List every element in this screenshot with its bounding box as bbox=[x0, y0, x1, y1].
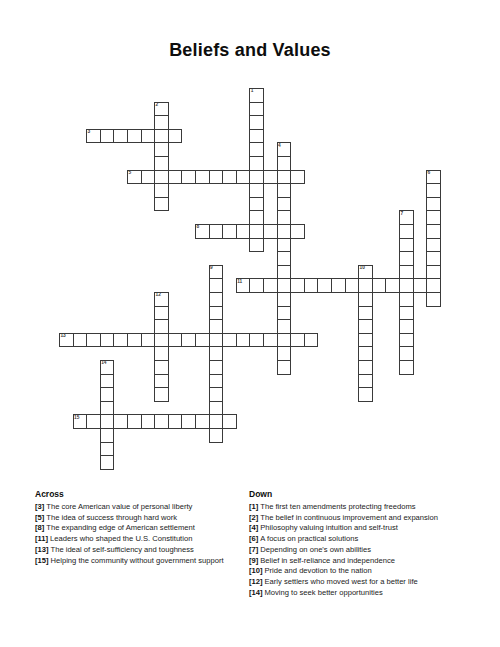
clue-text: The expanding edge of American settlemen… bbox=[46, 523, 195, 532]
grid-cell[interactable] bbox=[154, 183, 169, 198]
grid-cell[interactable] bbox=[209, 265, 224, 280]
grid-cell[interactable] bbox=[113, 333, 128, 348]
grid-cell[interactable] bbox=[426, 265, 441, 280]
grid-cell[interactable] bbox=[209, 278, 224, 293]
grid-cell[interactable] bbox=[249, 278, 264, 293]
grid-cell[interactable] bbox=[236, 224, 251, 239]
grid-cell[interactable] bbox=[154, 414, 169, 429]
grid-cell[interactable] bbox=[249, 129, 264, 144]
clue-label: [12] bbox=[249, 577, 263, 586]
across-clue-5: [5]The idea of success through hard work bbox=[35, 513, 224, 524]
grid-cell[interactable] bbox=[209, 170, 224, 185]
grid-cell[interactable] bbox=[249, 210, 264, 225]
grid-cell[interactable] bbox=[358, 292, 373, 307]
grid-cell[interactable] bbox=[209, 428, 224, 443]
grid-cell[interactable] bbox=[399, 224, 414, 239]
clue-label: [11] bbox=[35, 534, 48, 543]
grid-cell[interactable] bbox=[358, 265, 373, 280]
grid-cell[interactable] bbox=[154, 129, 169, 144]
clue-label: [3] bbox=[35, 502, 44, 511]
grid-cell[interactable] bbox=[154, 115, 169, 130]
grid-cell[interactable] bbox=[426, 183, 441, 198]
grid-cell[interactable] bbox=[209, 360, 224, 375]
grid-cell[interactable] bbox=[195, 170, 210, 185]
grid-cell[interactable] bbox=[100, 129, 115, 144]
grid-cell[interactable] bbox=[141, 170, 156, 185]
grid-cell[interactable] bbox=[236, 278, 251, 293]
grid-cell[interactable] bbox=[154, 292, 169, 307]
grid-cell[interactable] bbox=[168, 414, 183, 429]
across-clue-11: [11]Leaders who shaped the U.S. Constitu… bbox=[35, 534, 224, 545]
grid-cell[interactable] bbox=[372, 278, 387, 293]
down-header: Down bbox=[249, 489, 438, 500]
grid-cell[interactable] bbox=[222, 170, 237, 185]
grid-cell[interactable] bbox=[154, 374, 169, 389]
clue-label: [6] bbox=[249, 534, 258, 543]
clue-text: A focus on practical solutions bbox=[260, 534, 358, 543]
grid-cell[interactable] bbox=[113, 129, 128, 144]
grid-cell[interactable] bbox=[127, 129, 142, 144]
grid-cell[interactable] bbox=[209, 224, 224, 239]
grid-cell[interactable] bbox=[277, 319, 292, 334]
grid-cell[interactable] bbox=[249, 115, 264, 130]
clue-text: The ideal of self-sufficiency and toughn… bbox=[51, 545, 194, 554]
grid-cell[interactable] bbox=[399, 306, 414, 321]
grid-cell[interactable] bbox=[154, 142, 169, 157]
grid-cell[interactable] bbox=[399, 360, 414, 375]
grid-cell[interactable] bbox=[426, 197, 441, 212]
across-clue-13: [13]The ideal of self-sufficiency and to… bbox=[35, 545, 224, 556]
clue-text: Depending on one's own abilities bbox=[260, 545, 371, 554]
grid-cell[interactable] bbox=[100, 442, 115, 457]
down-clue-14: [14]Moving to seek better opportunities bbox=[249, 588, 438, 599]
grid-cell[interactable] bbox=[73, 414, 88, 429]
grid-cell[interactable] bbox=[59, 333, 74, 348]
grid-cell[interactable] bbox=[249, 102, 264, 117]
crossword-page: Beliefs and Values 123456789101112131415… bbox=[0, 0, 500, 647]
grid-cell[interactable] bbox=[73, 333, 88, 348]
grid-cell[interactable] bbox=[100, 360, 115, 375]
grid-cell[interactable] bbox=[100, 414, 115, 429]
clue-label: [2] bbox=[249, 513, 258, 522]
grid-cell[interactable] bbox=[249, 224, 264, 239]
grid-cell[interactable] bbox=[290, 224, 305, 239]
grid-cell[interactable] bbox=[100, 333, 115, 348]
grid-cell[interactable] bbox=[195, 414, 210, 429]
grid-cell[interactable] bbox=[277, 278, 292, 293]
down-clue-10: [10]Pride and devotion to the nation bbox=[249, 566, 438, 577]
grid-cell[interactable] bbox=[86, 414, 101, 429]
grid-cell[interactable] bbox=[181, 414, 196, 429]
grid-cell[interactable] bbox=[209, 414, 224, 429]
grid-cell[interactable] bbox=[168, 333, 183, 348]
grid-cell[interactable] bbox=[249, 88, 264, 103]
grid-cell[interactable] bbox=[209, 306, 224, 321]
clue-text: The core American value of personal libe… bbox=[46, 502, 192, 511]
grid-cell[interactable] bbox=[399, 346, 414, 361]
grid-cell[interactable] bbox=[358, 387, 373, 402]
grid-cell[interactable] bbox=[263, 333, 278, 348]
clue-text: Moving to seek better opportunities bbox=[265, 588, 383, 597]
grid-cell[interactable] bbox=[100, 374, 115, 389]
grid-cell[interactable] bbox=[249, 183, 264, 198]
grid-cell[interactable] bbox=[304, 333, 319, 348]
across-clue-3: [3]The core American value of personal l… bbox=[35, 502, 224, 513]
grid-cell[interactable] bbox=[426, 292, 441, 307]
grid-cell[interactable] bbox=[399, 278, 414, 293]
grid-cell[interactable] bbox=[113, 414, 128, 429]
grid-cell[interactable] bbox=[236, 170, 251, 185]
grid-cell[interactable] bbox=[195, 333, 210, 348]
grid-cell[interactable] bbox=[277, 292, 292, 307]
grid-cell[interactable] bbox=[209, 374, 224, 389]
grid-cell[interactable] bbox=[277, 210, 292, 225]
grid-cell[interactable] bbox=[277, 360, 292, 375]
grid-cell[interactable] bbox=[154, 319, 169, 334]
grid-cell[interactable] bbox=[154, 102, 169, 117]
grid-cell[interactable] bbox=[263, 278, 278, 293]
grid-cell[interactable] bbox=[331, 278, 346, 293]
grid-cell[interactable] bbox=[277, 142, 292, 157]
grid-cell[interactable] bbox=[358, 319, 373, 334]
grid-cell[interactable] bbox=[304, 278, 319, 293]
grid-cell[interactable] bbox=[290, 170, 305, 185]
grid-cell[interactable] bbox=[100, 455, 115, 470]
down-clue-2: [2]The belief in continuous improvement … bbox=[249, 513, 438, 524]
grid-cell[interactable] bbox=[290, 333, 305, 348]
grid-cell[interactable] bbox=[209, 333, 224, 348]
grid-cell[interactable] bbox=[249, 156, 264, 171]
grid-cell[interactable] bbox=[399, 265, 414, 280]
clue-label: [13] bbox=[35, 545, 49, 554]
across-header: Across bbox=[35, 489, 224, 500]
grid-cell[interactable] bbox=[277, 224, 292, 239]
grid-cell[interactable] bbox=[358, 374, 373, 389]
grid-cell[interactable] bbox=[222, 333, 237, 348]
grid-cell[interactable] bbox=[263, 170, 278, 185]
grid-cell[interactable] bbox=[222, 224, 237, 239]
grid-cell[interactable] bbox=[154, 197, 169, 212]
grid-cell[interactable] bbox=[317, 278, 332, 293]
clue-label: [10] bbox=[249, 566, 263, 575]
grid-cell[interactable] bbox=[100, 428, 115, 443]
grid-cell[interactable] bbox=[249, 142, 264, 157]
down-clue-1: [1]The first ten amendments protecting f… bbox=[249, 502, 438, 513]
grid-cell[interactable] bbox=[399, 251, 414, 266]
clue-label: [7] bbox=[249, 545, 258, 554]
grid-cell[interactable] bbox=[426, 210, 441, 225]
grid-cell[interactable] bbox=[195, 224, 210, 239]
across-clues: Across [3]The core American value of per… bbox=[35, 489, 224, 566]
grid-cell[interactable] bbox=[181, 333, 196, 348]
grid-cell[interactable] bbox=[154, 156, 169, 171]
grid-cell[interactable] bbox=[209, 387, 224, 402]
grid-cell[interactable] bbox=[399, 210, 414, 225]
clue-text: The first ten amendments protecting free… bbox=[260, 502, 415, 511]
across-clue-15: [15]Helping the community without govern… bbox=[35, 556, 224, 567]
grid-cell[interactable] bbox=[249, 333, 264, 348]
grid-cell[interactable] bbox=[426, 170, 441, 185]
clue-text: The belief in continuous improvement and… bbox=[260, 513, 438, 522]
grid-cell[interactable] bbox=[209, 346, 224, 361]
grid-cell[interactable] bbox=[385, 278, 400, 293]
grid-cell[interactable] bbox=[236, 333, 251, 348]
grid-cell[interactable] bbox=[277, 170, 292, 185]
grid-cell[interactable] bbox=[426, 224, 441, 239]
grid-cell[interactable] bbox=[277, 333, 292, 348]
crossword-grid: 123456789101112131415 bbox=[59, 88, 442, 471]
grid-cell[interactable] bbox=[249, 197, 264, 212]
grid-cell[interactable] bbox=[86, 333, 101, 348]
clue-text: The idea of success through hard work bbox=[46, 513, 177, 522]
grid-cell[interactable] bbox=[399, 319, 414, 334]
grid-cell[interactable] bbox=[249, 170, 264, 185]
clue-label: [5] bbox=[35, 513, 44, 522]
down-clue-6: [6]A focus on practical solutions bbox=[249, 534, 438, 545]
clue-text: Philosophy valuing intuition and self-tr… bbox=[260, 523, 398, 532]
grid-cell[interactable] bbox=[399, 333, 414, 348]
grid-cell[interactable] bbox=[209, 319, 224, 334]
grid-cell[interactable] bbox=[358, 278, 373, 293]
grid-cell[interactable] bbox=[209, 292, 224, 307]
grid-cell[interactable] bbox=[249, 238, 264, 253]
grid-cell[interactable] bbox=[263, 224, 278, 239]
clue-label: [14] bbox=[249, 588, 263, 597]
clue-label: [9] bbox=[249, 556, 258, 565]
grid-cell[interactable] bbox=[413, 278, 428, 293]
clue-text: Early settlers who moved west for a bett… bbox=[265, 577, 418, 586]
grid-cell[interactable] bbox=[277, 346, 292, 361]
clue-text: Helping the community without government… bbox=[51, 556, 224, 565]
grid-cell[interactable] bbox=[181, 170, 196, 185]
clue-label: [15] bbox=[35, 556, 49, 565]
grid-cell[interactable] bbox=[154, 333, 169, 348]
grid-cell[interactable] bbox=[127, 170, 142, 185]
grid-cell[interactable] bbox=[277, 265, 292, 280]
puzzle-title: Beliefs and Values bbox=[0, 40, 500, 61]
grid-cell[interactable] bbox=[426, 278, 441, 293]
down-clue-9: [9]Belief in self-reliance and independe… bbox=[249, 556, 438, 567]
grid-cell[interactable] bbox=[358, 333, 373, 348]
grid-cell[interactable] bbox=[154, 346, 169, 361]
grid-cell[interactable] bbox=[426, 238, 441, 253]
grid-cell[interactable] bbox=[141, 414, 156, 429]
clue-label: [4] bbox=[249, 523, 258, 532]
grid-cell[interactable] bbox=[277, 156, 292, 171]
down-clue-7: [7]Depending on one's own abilities bbox=[249, 545, 438, 556]
grid-cell[interactable] bbox=[358, 306, 373, 321]
down-clue-4: [4]Philosophy valuing intuition and self… bbox=[249, 523, 438, 534]
clue-label: [1] bbox=[249, 502, 258, 511]
grid-cell[interactable] bbox=[154, 170, 169, 185]
clue-label: [8] bbox=[35, 523, 44, 532]
grid-cell[interactable] bbox=[209, 401, 224, 416]
grid-cell[interactable] bbox=[168, 170, 183, 185]
grid-cell[interactable] bbox=[154, 360, 169, 375]
grid-cell[interactable] bbox=[345, 278, 360, 293]
clue-text: Belief in self-reliance and independence bbox=[260, 556, 395, 565]
grid-cell[interactable] bbox=[358, 346, 373, 361]
clue-text: Pride and devotion to the nation bbox=[265, 566, 372, 575]
grid-cell[interactable] bbox=[277, 197, 292, 212]
grid-cell[interactable] bbox=[168, 129, 183, 144]
grid-cell[interactable] bbox=[86, 129, 101, 144]
grid-cell[interactable] bbox=[399, 292, 414, 307]
grid-cell[interactable] bbox=[100, 387, 115, 402]
grid-cell[interactable] bbox=[290, 278, 305, 293]
grid-cell[interactable] bbox=[154, 387, 169, 402]
grid-cell[interactable] bbox=[277, 238, 292, 253]
grid-cell[interactable] bbox=[100, 401, 115, 416]
grid-cell[interactable] bbox=[141, 129, 156, 144]
grid-cell[interactable] bbox=[277, 251, 292, 266]
grid-cell[interactable] bbox=[127, 414, 142, 429]
grid-cell[interactable] bbox=[154, 306, 169, 321]
across-clue-8: [8]The expanding edge of American settle… bbox=[35, 523, 224, 534]
grid-cell[interactable] bbox=[399, 238, 414, 253]
grid-cell[interactable] bbox=[358, 360, 373, 375]
grid-cell[interactable] bbox=[277, 306, 292, 321]
grid-cell[interactable] bbox=[127, 333, 142, 348]
down-clues: Down [1]The first ten amendments protect… bbox=[249, 489, 438, 598]
clue-text: Leaders who shaped the U.S. Constitution bbox=[50, 534, 192, 543]
down-clue-12: [12]Early settlers who moved west for a … bbox=[249, 577, 438, 588]
grid-cell[interactable] bbox=[426, 251, 441, 266]
grid-cell[interactable] bbox=[277, 183, 292, 198]
grid-cell[interactable] bbox=[141, 333, 156, 348]
grid-cell[interactable] bbox=[222, 414, 237, 429]
